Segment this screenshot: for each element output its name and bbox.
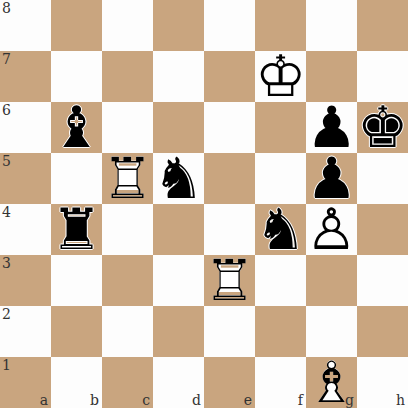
rank-label-3: 3 (2, 256, 11, 270)
square-h4[interactable] (357, 204, 408, 255)
square-c5[interactable]: ♜♖ (102, 153, 153, 204)
rank-label-2: 2 (2, 307, 11, 321)
file-label-d: d (192, 393, 201, 407)
file-label-h: h (396, 393, 405, 407)
square-c2[interactable] (102, 306, 153, 357)
black-knight-f4[interactable]: ♞ (255, 204, 306, 255)
square-b3[interactable] (51, 255, 102, 306)
square-h5[interactable] (357, 153, 408, 204)
square-d5[interactable]: ♞ (153, 153, 204, 204)
square-e7[interactable] (204, 51, 255, 102)
square-d3[interactable] (153, 255, 204, 306)
square-g3[interactable] (306, 255, 357, 306)
black-rook-b4[interactable]: ♜ (51, 204, 102, 255)
black-knight-icon: ♞ (153, 153, 204, 204)
black-king-h6[interactable]: ♚ (357, 102, 408, 153)
square-c7[interactable] (102, 51, 153, 102)
rank-label-4: 4 (2, 205, 11, 219)
file-label-b: b (90, 393, 99, 407)
square-g4[interactable]: ♟♙ (306, 204, 357, 255)
black-bishop-b6[interactable]: ♝ (51, 102, 102, 153)
rank-label-1: 1 (2, 358, 11, 372)
square-e1[interactable]: e (204, 357, 255, 408)
square-h3[interactable] (357, 255, 408, 306)
square-a3[interactable]: 3 (0, 255, 51, 306)
square-h6[interactable]: ♚ (357, 102, 408, 153)
white-rook-icon: ♖ (102, 153, 153, 204)
chess-board: 87♚♔6♝♟♚5♜♖♞♟4♜♞♟♙3♜♖21abcdefg♝♗h (0, 0, 408, 408)
white-rook-icon: ♖ (204, 255, 255, 306)
square-b4[interactable]: ♜ (51, 204, 102, 255)
white-king-f7[interactable]: ♚♔ (255, 51, 306, 102)
square-f7[interactable]: ♚♔ (255, 51, 306, 102)
square-c8[interactable] (102, 0, 153, 51)
square-a4[interactable]: 4 (0, 204, 51, 255)
white-pawn-icon: ♙ (306, 204, 357, 255)
square-b8[interactable] (51, 0, 102, 51)
square-e5[interactable] (204, 153, 255, 204)
square-f3[interactable] (255, 255, 306, 306)
square-b1[interactable]: b (51, 357, 102, 408)
square-a1[interactable]: 1a (0, 357, 51, 408)
square-h1[interactable]: h (357, 357, 408, 408)
square-h8[interactable] (357, 0, 408, 51)
black-king-icon: ♚ (357, 102, 408, 153)
file-label-a: a (40, 393, 48, 407)
black-knight-icon: ♞ (255, 204, 306, 255)
square-g1[interactable]: g♝♗ (306, 357, 357, 408)
square-d2[interactable] (153, 306, 204, 357)
square-c1[interactable]: c (102, 357, 153, 408)
square-f4[interactable]: ♞ (255, 204, 306, 255)
square-a7[interactable]: 7 (0, 51, 51, 102)
rank-label-7: 7 (2, 52, 11, 66)
square-h2[interactable] (357, 306, 408, 357)
black-bishop-icon: ♝ (51, 102, 102, 153)
square-d7[interactable] (153, 51, 204, 102)
square-a6[interactable]: 6 (0, 102, 51, 153)
square-a5[interactable]: 5 (0, 153, 51, 204)
square-b2[interactable] (51, 306, 102, 357)
square-a8[interactable]: 8 (0, 0, 51, 51)
square-f2[interactable] (255, 306, 306, 357)
square-e3[interactable]: ♜♖ (204, 255, 255, 306)
file-label-c: c (142, 393, 150, 407)
square-a2[interactable]: 2 (0, 306, 51, 357)
square-d8[interactable] (153, 0, 204, 51)
white-pawn-g4[interactable]: ♟♙ (306, 204, 357, 255)
square-g8[interactable] (306, 0, 357, 51)
white-rook-c5[interactable]: ♜♖ (102, 153, 153, 204)
rank-label-6: 6 (2, 103, 11, 117)
square-f6[interactable] (255, 102, 306, 153)
square-b6[interactable]: ♝ (51, 102, 102, 153)
file-label-g: g (345, 393, 354, 407)
square-c4[interactable] (102, 204, 153, 255)
rank-label-8: 8 (2, 1, 11, 15)
square-d1[interactable]: d (153, 357, 204, 408)
white-rook-e3[interactable]: ♜♖ (204, 255, 255, 306)
file-label-f: f (298, 393, 303, 407)
square-e6[interactable] (204, 102, 255, 153)
square-e8[interactable] (204, 0, 255, 51)
square-c3[interactable] (102, 255, 153, 306)
rank-label-5: 5 (2, 154, 11, 168)
black-knight-d5[interactable]: ♞ (153, 153, 204, 204)
square-d4[interactable] (153, 204, 204, 255)
file-label-e: e (244, 393, 252, 407)
black-rook-icon: ♜ (51, 204, 102, 255)
square-e2[interactable] (204, 306, 255, 357)
square-f1[interactable]: f (255, 357, 306, 408)
white-king-icon: ♔ (255, 51, 306, 102)
